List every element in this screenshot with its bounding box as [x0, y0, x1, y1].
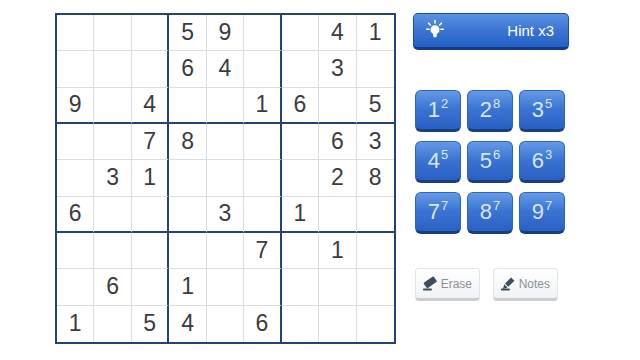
cell-r7c3[interactable] [132, 233, 169, 269]
cell-r5c1[interactable] [57, 160, 94, 196]
number-digit: 1 [428, 99, 440, 121]
cell-r1c5[interactable]: 9 [207, 15, 244, 51]
cell-r1c8[interactable]: 4 [319, 15, 356, 51]
cell-r5c5[interactable] [207, 160, 244, 196]
cell-r8c4[interactable]: 1 [169, 269, 206, 305]
number-pad: 122835455663778797 [415, 90, 565, 234]
lightbulb-icon [423, 19, 447, 43]
cell-r7c7[interactable] [282, 233, 319, 269]
cell-r1c9[interactable]: 1 [357, 15, 394, 51]
cell-r7c4[interactable] [169, 233, 206, 269]
remaining-count-superscript: 5 [441, 148, 448, 161]
notes-label: Notes [518, 277, 550, 291]
cell-r3c9[interactable]: 5 [357, 88, 394, 124]
cell-r3c2[interactable] [94, 88, 131, 124]
cell-r5c8[interactable]: 2 [319, 160, 356, 196]
number-9-button[interactable]: 97 [519, 192, 565, 234]
cell-r9c9[interactable] [357, 306, 394, 342]
remaining-count-superscript: 7 [441, 199, 448, 212]
number-8-button[interactable]: 87 [467, 192, 513, 234]
cell-r8c9[interactable] [357, 269, 394, 305]
cell-r3c5[interactable] [207, 88, 244, 124]
cell-r6c9[interactable] [357, 197, 394, 233]
number-4-button[interactable]: 45 [415, 141, 461, 183]
cell-r6c8[interactable] [319, 197, 356, 233]
cell-r2c3[interactable] [132, 51, 169, 87]
cell-r9c7[interactable] [282, 306, 319, 342]
number-digit: 3 [532, 99, 544, 121]
number-7-button[interactable]: 77 [415, 192, 461, 234]
cell-r9c6[interactable]: 6 [244, 306, 281, 342]
cell-r2c1[interactable] [57, 51, 94, 87]
cell-r9c4[interactable]: 4 [169, 306, 206, 342]
cell-r2c2[interactable] [94, 51, 131, 87]
number-6-button[interactable]: 63 [519, 141, 565, 183]
cell-r4c9[interactable]: 3 [357, 124, 394, 160]
erase-button[interactable]: Erase [415, 268, 480, 301]
remaining-count-superscript: 8 [493, 97, 500, 110]
cell-r1c6[interactable] [244, 15, 281, 51]
remaining-count-superscript: 3 [545, 148, 552, 161]
number-digit: 4 [428, 150, 440, 172]
number-5-button[interactable]: 56 [467, 141, 513, 183]
cell-r8c7[interactable] [282, 269, 319, 305]
cell-r3c6[interactable]: 1 [244, 88, 281, 124]
cell-r8c1[interactable] [57, 269, 94, 305]
remaining-count-superscript: 7 [493, 199, 500, 212]
cell-r4c8[interactable]: 6 [319, 124, 356, 160]
erase-label: Erase [440, 277, 472, 291]
number-digit: 7 [428, 201, 440, 223]
number-digit: 2 [480, 99, 492, 121]
cell-r6c3[interactable] [132, 197, 169, 233]
cell-r5c4[interactable] [169, 160, 206, 196]
cell-r5c9[interactable]: 8 [357, 160, 394, 196]
sudoku-board: 5941643941657863312863171611546 [55, 13, 396, 344]
notes-button[interactable]: Notes [493, 268, 558, 301]
cell-r2c5[interactable]: 4 [207, 51, 244, 87]
cell-r7c8[interactable]: 1 [319, 233, 356, 269]
remaining-count-superscript: 7 [545, 199, 552, 212]
cell-r6c6[interactable] [244, 197, 281, 233]
cell-r1c3[interactable] [132, 15, 169, 51]
cell-r3c8[interactable] [319, 88, 356, 124]
cell-r6c1[interactable]: 6 [57, 197, 94, 233]
cell-r8c8[interactable] [319, 269, 356, 305]
remaining-count-superscript: 2 [441, 97, 448, 110]
cell-r6c2[interactable] [94, 197, 131, 233]
cell-r2c4[interactable]: 6 [169, 51, 206, 87]
cell-r4c7[interactable] [282, 124, 319, 160]
number-digit: 9 [532, 201, 544, 223]
cell-r7c5[interactable] [207, 233, 244, 269]
remaining-count-superscript: 5 [545, 97, 552, 110]
number-2-button[interactable]: 28 [467, 90, 513, 132]
remaining-count-superscript: 6 [493, 148, 500, 161]
cell-r5c6[interactable] [244, 160, 281, 196]
cell-r1c7[interactable] [282, 15, 319, 51]
cell-r9c8[interactable] [319, 306, 356, 342]
tool-buttons: Erase Notes [415, 268, 558, 301]
cell-r9c1[interactable]: 1 [57, 306, 94, 342]
cell-r4c2[interactable] [94, 124, 131, 160]
cell-r4c6[interactable] [244, 124, 281, 160]
cell-r6c7[interactable]: 1 [282, 197, 319, 233]
cell-r4c4[interactable]: 8 [169, 124, 206, 160]
eraser-icon [421, 274, 440, 293]
cell-r2c9[interactable] [357, 51, 394, 87]
cell-r8c5[interactable] [207, 269, 244, 305]
cell-r6c4[interactable] [169, 197, 206, 233]
hint-label: Hint x3 [447, 22, 568, 39]
cell-r6c5[interactable]: 3 [207, 197, 244, 233]
cell-r4c3[interactable]: 7 [132, 124, 169, 160]
number-1-button[interactable]: 12 [415, 90, 461, 132]
cell-r1c2[interactable] [94, 15, 131, 51]
cell-r3c4[interactable] [169, 88, 206, 124]
cell-r9c5[interactable] [207, 306, 244, 342]
cell-r1c4[interactable]: 5 [169, 15, 206, 51]
number-digit: 6 [532, 150, 544, 172]
cell-r2c6[interactable] [244, 51, 281, 87]
cell-r5c3[interactable]: 1 [132, 160, 169, 196]
cell-r9c2[interactable] [94, 306, 131, 342]
cell-r3c1[interactable]: 9 [57, 88, 94, 124]
cell-r9c3[interactable]: 5 [132, 306, 169, 342]
pencil-icon [499, 274, 518, 293]
cell-r7c1[interactable] [57, 233, 94, 269]
cell-r5c2[interactable]: 3 [94, 160, 131, 196]
cell-r3c7[interactable]: 6 [282, 88, 319, 124]
cell-r1c1[interactable] [57, 15, 94, 51]
cell-r4c5[interactable] [207, 124, 244, 160]
cell-r3c3[interactable]: 4 [132, 88, 169, 124]
number-digit: 5 [480, 150, 492, 172]
cell-r5c7[interactable] [282, 160, 319, 196]
cell-r8c2[interactable]: 6 [94, 269, 131, 305]
cell-r7c6[interactable]: 7 [244, 233, 281, 269]
cell-r2c8[interactable]: 3 [319, 51, 356, 87]
cell-r8c6[interactable] [244, 269, 281, 305]
number-3-button[interactable]: 35 [519, 90, 565, 132]
hint-button[interactable]: Hint x3 [413, 13, 569, 50]
cell-r7c9[interactable] [357, 233, 394, 269]
cell-r8c3[interactable] [132, 269, 169, 305]
number-digit: 8 [480, 201, 492, 223]
sudoku-app: 5941643941657863312863171611546 Hint x3 … [0, 0, 640, 360]
cell-r7c2[interactable] [94, 233, 131, 269]
cell-r4c1[interactable] [57, 124, 94, 160]
cell-r2c7[interactable] [282, 51, 319, 87]
